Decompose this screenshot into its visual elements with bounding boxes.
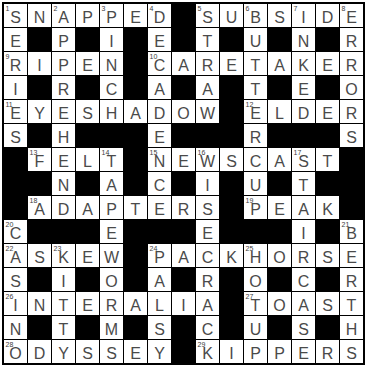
black-cell-r10c3 — [52, 220, 75, 243]
black-cell-r12c10 — [220, 268, 243, 291]
cell-letter: I — [4, 298, 27, 314]
cell-letter: L — [76, 154, 99, 170]
grid-cell-r4c15[interactable]: O — [340, 76, 363, 99]
grid-cell-r8c5[interactable]: A — [100, 172, 123, 195]
cell-letter: P — [244, 202, 267, 218]
cell-letter: C — [4, 226, 27, 242]
cell-letter: R — [196, 58, 219, 74]
black-cell-r10c12 — [268, 220, 291, 243]
black-cell-r6c4 — [76, 124, 99, 147]
grid-cell-r3c3[interactable]: P — [52, 52, 75, 75]
cell-letter: L — [148, 298, 171, 314]
cell-letter: T — [124, 202, 147, 218]
grid-cell-r5c6[interactable]: A — [124, 100, 147, 123]
cell-letter: A — [76, 202, 99, 218]
grid-cell-r6c7[interactable]: E — [148, 124, 171, 147]
cell-letter: N — [52, 178, 75, 194]
grid-cell-r9c5[interactable]: P — [100, 196, 123, 219]
grid-cell-r14c9[interactable]: C — [196, 316, 219, 339]
grid-cell-r5c5[interactable]: H — [100, 100, 123, 123]
cell-letter: S — [220, 154, 243, 170]
cell-letter: S — [148, 322, 171, 338]
grid-cell-r9c13[interactable]: A — [292, 196, 315, 219]
grid-cell-r14c5[interactable]: M — [100, 316, 123, 339]
grid-cell-r11c3[interactable]: 23K — [52, 244, 75, 267]
cell-letter: I — [220, 346, 243, 362]
cell-letter: D — [316, 10, 339, 26]
grid-cell-r4c3[interactable]: R — [52, 76, 75, 99]
grid-cell-r2c1[interactable]: E — [4, 28, 27, 51]
grid-cell-r2c9[interactable]: T — [196, 28, 219, 51]
black-cell-r2c8 — [172, 28, 195, 51]
cell-letter: P — [244, 346, 267, 362]
grid-cell-r13c3[interactable]: T — [52, 292, 75, 315]
grid-cell-r4c5[interactable]: C — [100, 76, 123, 99]
grid-cell-r3c9[interactable]: R — [196, 52, 219, 75]
grid-cell-r13c6[interactable]: A — [124, 292, 147, 315]
cell-letter: E — [4, 106, 27, 122]
crossword-grid: 1SN2AP3PE4D5SU6BS7ID8EEPIETUNR9RIPEN10CA… — [2, 2, 365, 365]
grid-cell-r15c1[interactable]: 28O — [4, 340, 27, 363]
grid-cell-r13c12[interactable]: O — [268, 292, 291, 315]
grid-cell-r9c6[interactable]: T — [124, 196, 147, 219]
grid-cell-r5c1[interactable]: 11E — [4, 100, 27, 123]
cell-letter: A — [100, 178, 123, 194]
cell-letter: E — [124, 346, 147, 362]
cell-letter: K — [196, 346, 219, 362]
cell-letter: N — [28, 10, 51, 26]
cell-letter: E — [76, 58, 99, 74]
grid-cell-r2c7[interactable]: E — [148, 28, 171, 51]
cell-letter: N — [100, 58, 123, 74]
cell-letter: S — [4, 10, 27, 26]
grid-cell-r12c15[interactable]: R — [340, 268, 363, 291]
grid-cell-r13c9[interactable]: A — [196, 292, 219, 315]
grid-cell-r9c7[interactable]: E — [148, 196, 171, 219]
grid-cell-r3c7[interactable]: 10C — [148, 52, 171, 75]
grid-cell-r14c15[interactable]: H — [340, 316, 363, 339]
grid-cell-r4c13[interactable]: E — [292, 76, 315, 99]
black-cell-r9c1 — [4, 196, 27, 219]
grid-cell-r15c2[interactable]: D — [28, 340, 51, 363]
black-cell-r2c14 — [316, 28, 339, 51]
grid-cell-r12c9[interactable]: R — [196, 268, 219, 291]
grid-cell-r11c13[interactable]: R — [292, 244, 315, 267]
black-cell-r7c1 — [4, 148, 27, 171]
grid-cell-r4c11[interactable]: T — [244, 76, 267, 99]
cell-letter: A — [4, 250, 27, 266]
cell-letter: S — [268, 10, 291, 26]
grid-cell-r9c9[interactable]: S — [196, 196, 219, 219]
cell-letter: E — [4, 34, 27, 50]
cell-letter: E — [76, 298, 99, 314]
cell-letter: D — [148, 10, 171, 26]
black-cell-r10c2 — [28, 220, 51, 243]
cell-letter: B — [244, 10, 267, 26]
grid-cell-r1c1[interactable]: 1S — [4, 4, 27, 27]
black-cell-r13c10 — [220, 292, 243, 315]
cell-letter: A — [172, 58, 195, 74]
black-cell-r2c12 — [268, 28, 291, 51]
cell-letter: O — [268, 298, 291, 314]
grid-cell-r7c4[interactable]: L — [76, 148, 99, 171]
black-cell-r8c10 — [220, 172, 243, 195]
grid-cell-r1c3[interactable]: 2A — [52, 4, 75, 27]
grid-cell-r5c11[interactable]: 12E — [244, 100, 267, 123]
grid-cell-r14c7[interactable]: S — [148, 316, 171, 339]
grid-cell-r7c13[interactable]: 17S — [292, 148, 315, 171]
black-cell-r2c6 — [124, 28, 147, 51]
cell-letter: H — [340, 322, 363, 338]
grid-cell-r3c13[interactable]: K — [292, 52, 315, 75]
cell-letter: R — [340, 58, 363, 74]
cell-letter: T — [244, 82, 267, 98]
cell-letter: N — [4, 322, 27, 338]
grid-cell-r3c5[interactable]: N — [100, 52, 123, 75]
grid-cell-r15c3[interactable]: Y — [52, 340, 75, 363]
cell-letter: U — [244, 322, 267, 338]
black-cell-r6c2 — [28, 124, 51, 147]
cell-letter: I — [52, 274, 75, 290]
grid-cell-r15c13[interactable]: E — [292, 340, 315, 363]
black-cell-r12c2 — [28, 268, 51, 291]
cell-letter: S — [28, 250, 51, 266]
black-cell-r10c7 — [148, 220, 171, 243]
grid-cell-r7c10[interactable]: S — [220, 148, 243, 171]
black-cell-r8c6 — [124, 172, 147, 195]
grid-cell-r5c9[interactable]: W — [196, 100, 219, 123]
grid-cell-r2c15[interactable]: R — [340, 28, 363, 51]
grid-cell-r15c4[interactable]: S — [76, 340, 99, 363]
grid-cell-r11c1[interactable]: 22A — [4, 244, 27, 267]
cell-letter: P — [52, 58, 75, 74]
black-cell-r10c4 — [76, 220, 99, 243]
grid-cell-r3c4[interactable]: E — [76, 52, 99, 75]
cell-letter: H — [244, 250, 267, 266]
black-cell-r12c6 — [124, 268, 147, 291]
grid-cell-r12c3[interactable]: I — [52, 268, 75, 291]
grid-cell-r2c5[interactable]: I — [100, 28, 123, 51]
cell-letter: P — [76, 10, 99, 26]
grid-cell-r11c2[interactable]: S — [28, 244, 51, 267]
grid-cell-r14c11[interactable]: U — [244, 316, 267, 339]
grid-cell-r2c13[interactable]: N — [292, 28, 315, 51]
black-cell-r4c10 — [220, 76, 243, 99]
grid-cell-r13c7[interactable]: L — [148, 292, 171, 315]
grid-cell-r3c8[interactable]: A — [172, 52, 195, 75]
grid-cell-r10c13[interactable]: I — [292, 220, 315, 243]
grid-cell-r5c4[interactable]: S — [76, 100, 99, 123]
grid-cell-r13c13[interactable]: A — [292, 292, 315, 315]
cell-letter: T — [244, 298, 267, 314]
grid-cell-r12c7[interactable]: A — [148, 268, 171, 291]
cell-letter: Y — [52, 346, 75, 362]
cell-letter: E — [316, 58, 339, 74]
grid-cell-r11c4[interactable]: E — [76, 244, 99, 267]
grid-cell-r7c5[interactable]: 14T — [100, 148, 123, 171]
cell-letter: T — [196, 34, 219, 50]
cell-letter: T — [244, 58, 267, 74]
cell-letter: S — [340, 346, 363, 362]
cell-letter: K — [52, 250, 75, 266]
grid-cell-r13c5[interactable]: R — [100, 292, 123, 315]
grid-cell-r13c2[interactable]: N — [28, 292, 51, 315]
black-cell-r10c14 — [316, 220, 339, 243]
grid-cell-r9c11[interactable]: 19P — [244, 196, 267, 219]
cell-letter: S — [292, 322, 315, 338]
black-cell-r2c10 — [220, 28, 243, 51]
grid-cell-r7c11[interactable]: C — [244, 148, 267, 171]
black-cell-r10c6 — [124, 220, 147, 243]
grid-cell-r15c9[interactable]: 29K — [196, 340, 219, 363]
cell-letter: O — [172, 106, 195, 122]
black-cell-r8c14 — [316, 172, 339, 195]
grid-cell-r15c11[interactable]: P — [244, 340, 267, 363]
cell-letter: N — [292, 34, 315, 50]
black-cell-r14c2 — [28, 316, 51, 339]
grid-cell-r6c1[interactable]: S — [4, 124, 27, 147]
black-cell-r4c2 — [28, 76, 51, 99]
grid-cell-r3c12[interactable]: A — [268, 52, 291, 75]
grid-cell-r8c11[interactable]: U — [244, 172, 267, 195]
grid-cell-r8c9[interactable]: I — [196, 172, 219, 195]
cell-letter: D — [52, 202, 75, 218]
grid-cell-r8c13[interactable]: T — [292, 172, 315, 195]
grid-cell-r1c2[interactable]: N — [28, 4, 51, 27]
grid-cell-r10c9[interactable]: E — [196, 220, 219, 243]
cell-letter: E — [124, 10, 147, 26]
grid-cell-r1c10[interactable]: U — [220, 4, 243, 27]
cell-letter: T — [100, 154, 123, 170]
grid-cell-r13c15[interactable]: T — [340, 292, 363, 315]
cell-letter: R — [340, 274, 363, 290]
cell-letter: E — [220, 58, 243, 74]
cell-letter: D — [292, 106, 315, 122]
grid-cell-r15c15[interactable]: S — [340, 340, 363, 363]
cell-letter: A — [124, 106, 147, 122]
grid-cell-r4c7[interactable]: A — [148, 76, 171, 99]
cell-letter: A — [292, 298, 315, 314]
grid-cell-r5c13[interactable]: D — [292, 100, 315, 123]
grid-cell-r5c2[interactable]: Y — [28, 100, 51, 123]
cell-letter: O — [268, 250, 291, 266]
cell-letter: A — [124, 298, 147, 314]
black-cell-r6c5 — [100, 124, 123, 147]
grid-cell-r9c4[interactable]: A — [76, 196, 99, 219]
cell-letter: R — [244, 130, 267, 146]
cell-letter: Y — [148, 346, 171, 362]
grid-cell-r15c6[interactable]: E — [124, 340, 147, 363]
cell-letter: T — [52, 298, 75, 314]
cell-letter: I — [196, 178, 219, 194]
cell-letter: I — [292, 10, 315, 26]
black-cell-r10c8 — [172, 220, 195, 243]
black-cell-r11c6 — [124, 244, 147, 267]
cell-letter: C — [148, 178, 171, 194]
grid-cell-r11c5[interactable]: W — [100, 244, 123, 267]
grid-cell-r3c10[interactable]: E — [220, 52, 243, 75]
black-cell-r14c6 — [124, 316, 147, 339]
grid-cell-r7c9[interactable]: 16W — [196, 148, 219, 171]
grid-cell-r13c1[interactable]: 26I — [4, 292, 27, 315]
grid-cell-r11c15[interactable]: E — [340, 244, 363, 267]
grid-cell-r11c12[interactable]: O — [268, 244, 291, 267]
cell-letter: E — [172, 154, 195, 170]
grid-cell-r7c12[interactable]: A — [268, 148, 291, 171]
grid-cell-r9c8[interactable]: R — [172, 196, 195, 219]
grid-cell-r1c15[interactable]: 8E — [340, 4, 363, 27]
grid-cell-r6c11[interactable]: R — [244, 124, 267, 147]
cell-letter: P — [148, 250, 171, 266]
black-cell-r10c11 — [244, 220, 267, 243]
grid-cell-r5c14[interactable]: E — [316, 100, 339, 123]
grid-cell-r10c1[interactable]: 20C — [4, 220, 27, 243]
cell-letter: S — [4, 274, 27, 290]
grid-cell-r15c7[interactable]: Y — [148, 340, 171, 363]
grid-cell-r7c2[interactable]: 13F — [28, 148, 51, 171]
cell-letter: I — [172, 298, 195, 314]
grid-cell-r3c11[interactable]: T — [244, 52, 267, 75]
grid-cell-r7c8[interactable]: E — [172, 148, 195, 171]
cell-letter: E — [52, 154, 75, 170]
grid-cell-r3c2[interactable]: I — [28, 52, 51, 75]
grid-cell-r1c9[interactable]: 5S — [196, 4, 219, 27]
cell-letter: E — [148, 202, 171, 218]
cell-letter: I — [292, 226, 315, 242]
grid-cell-r12c5[interactable]: O — [100, 268, 123, 291]
grid-cell-r11c10[interactable]: K — [220, 244, 243, 267]
cell-letter: Y — [28, 106, 51, 122]
cell-letter: O — [4, 346, 27, 362]
grid-cell-r3c15[interactable]: R — [340, 52, 363, 75]
cell-letter: T — [52, 322, 75, 338]
grid-cell-r13c8[interactable]: I — [172, 292, 195, 315]
black-cell-r7c6 — [124, 148, 147, 171]
cell-letter: E — [292, 82, 315, 98]
cell-letter: A — [148, 82, 171, 98]
grid-cell-r12c1[interactable]: S — [4, 268, 27, 291]
grid-cell-r5c3[interactable]: E — [52, 100, 75, 123]
grid-cell-r12c11[interactable]: O — [244, 268, 267, 291]
grid-cell-r14c3[interactable]: T — [52, 316, 75, 339]
grid-cell-r13c4[interactable]: E — [76, 292, 99, 315]
cell-letter: A — [172, 250, 195, 266]
grid-cell-r15c12[interactable]: P — [268, 340, 291, 363]
cell-letter: C — [196, 322, 219, 338]
grid-cell-r9c14[interactable]: K — [316, 196, 339, 219]
cell-letter: W — [196, 154, 219, 170]
grid-cell-r10c5[interactable]: E — [100, 220, 123, 243]
black-cell-r6c9 — [196, 124, 219, 147]
grid-cell-r5c8[interactable]: O — [172, 100, 195, 123]
grid-cell-r5c15[interactable]: R — [340, 100, 363, 123]
grid-cell-r13c11[interactable]: 27T — [244, 292, 267, 315]
cell-letter: A — [268, 58, 291, 74]
grid-cell-r10c15[interactable]: 21B — [340, 220, 363, 243]
cell-letter: R — [292, 250, 315, 266]
cell-letter: F — [28, 154, 51, 170]
grid-cell-r14c13[interactable]: S — [292, 316, 315, 339]
grid-cell-r1c7[interactable]: 4D — [148, 4, 171, 27]
black-cell-r14c10 — [220, 316, 243, 339]
grid-cell-r11c7[interactable]: 24P — [148, 244, 171, 267]
cell-letter: R — [316, 346, 339, 362]
grid-cell-r3c1[interactable]: 9R — [4, 52, 27, 75]
cell-letter: S — [4, 130, 27, 146]
cell-letter: A — [28, 202, 51, 218]
grid-cell-r12c13[interactable]: C — [292, 268, 315, 291]
grid-cell-r9c12[interactable]: E — [268, 196, 291, 219]
grid-cell-r1c5[interactable]: 3P — [100, 4, 123, 27]
grid-cell-r8c3[interactable]: N — [52, 172, 75, 195]
cell-letter: E — [292, 346, 315, 362]
cell-letter: R — [340, 106, 363, 122]
grid-cell-r1c11[interactable]: 6B — [244, 4, 267, 27]
black-cell-r12c12 — [268, 268, 291, 291]
black-cell-r6c8 — [172, 124, 195, 147]
cell-letter: U — [244, 178, 267, 194]
grid-cell-r11c11[interactable]: 25H — [244, 244, 267, 267]
grid-cell-r9c2[interactable]: 18A — [28, 196, 51, 219]
cell-letter: C — [244, 154, 267, 170]
grid-cell-r5c12[interactable]: L — [268, 100, 291, 123]
cell-letter: E — [148, 34, 171, 50]
grid-cell-r4c1[interactable]: I — [4, 76, 27, 99]
grid-cell-r1c14[interactable]: D — [316, 4, 339, 27]
grid-cell-r1c13[interactable]: 7I — [292, 4, 315, 27]
grid-cell-r1c4[interactable]: P — [76, 4, 99, 27]
grid-cell-r7c14[interactable]: T — [316, 148, 339, 171]
black-cell-r8c8 — [172, 172, 195, 195]
black-cell-r6c12 — [268, 124, 291, 147]
grid-cell-r14c1[interactable]: N — [4, 316, 27, 339]
grid-cell-r11c9[interactable]: C — [196, 244, 219, 267]
black-cell-r12c4 — [76, 268, 99, 291]
black-cell-r14c12 — [268, 316, 291, 339]
grid-cell-r5c7[interactable]: D — [148, 100, 171, 123]
cell-letter: S — [76, 106, 99, 122]
cell-letter: U — [244, 34, 267, 50]
grid-cell-r15c5[interactable]: S — [100, 340, 123, 363]
cell-letter: D — [28, 346, 51, 362]
grid-cell-r15c10[interactable]: I — [220, 340, 243, 363]
grid-cell-r1c6[interactable]: E — [124, 4, 147, 27]
grid-cell-r15c14[interactable]: R — [316, 340, 339, 363]
cell-letter: P — [52, 34, 75, 50]
cell-letter: A — [196, 298, 219, 314]
grid-cell-r6c3[interactable]: H — [52, 124, 75, 147]
grid-cell-r2c3[interactable]: P — [52, 28, 75, 51]
grid-cell-r7c7[interactable]: 15N — [148, 148, 171, 171]
grid-cell-r6c15[interactable]: S — [340, 124, 363, 147]
grid-cell-r13c14[interactable]: S — [316, 292, 339, 315]
cell-letter: E — [316, 106, 339, 122]
grid-cell-r8c7[interactable]: C — [148, 172, 171, 195]
grid-cell-r4c9[interactable]: A — [196, 76, 219, 99]
grid-cell-r1c12[interactable]: S — [268, 4, 291, 27]
black-cell-r4c6 — [124, 76, 147, 99]
black-cell-r4c14 — [316, 76, 339, 99]
grid-cell-r7c3[interactable]: E — [52, 148, 75, 171]
grid-cell-r11c8[interactable]: A — [172, 244, 195, 267]
black-cell-r12c14 — [316, 268, 339, 291]
cell-letter: T — [292, 178, 315, 194]
grid-cell-r11c14[interactable]: S — [316, 244, 339, 267]
grid-cell-r3c14[interactable]: E — [316, 52, 339, 75]
grid-cell-r9c3[interactable]: D — [52, 196, 75, 219]
cell-letter: E — [244, 106, 267, 122]
grid-cell-r2c11[interactable]: U — [244, 28, 267, 51]
